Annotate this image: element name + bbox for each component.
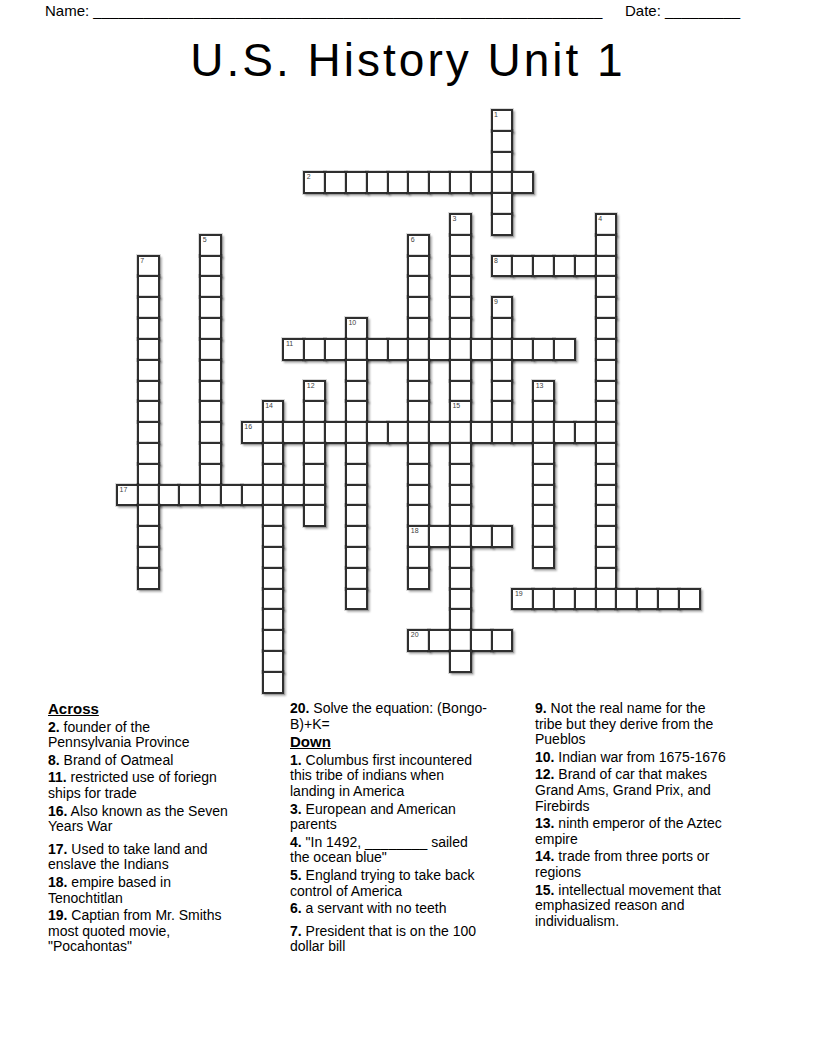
- clue-across-19: 19. Captian from Mr. Smiths most quoted …: [48, 908, 236, 955]
- clue-down-14: 14. trade from three ports or regions: [535, 849, 735, 880]
- clue-number: 8.: [48, 752, 60, 768]
- grid-cell-r9c1[interactable]: [137, 296, 160, 319]
- cell-number-3: 3: [452, 215, 456, 223]
- grid-cell-r10c14[interactable]: [407, 317, 430, 340]
- grid-cell-r18c1[interactable]: [137, 484, 160, 507]
- grid-cell-r23c21[interactable]: [553, 588, 576, 611]
- grid-cell-r11c16[interactable]: [449, 338, 472, 361]
- clues-column-3: 9. Not the real name for the tribe but t…: [535, 701, 735, 931]
- name-blank-line[interactable]: ________________________________________…: [93, 2, 602, 19]
- grid-cell-r21c7[interactable]: [262, 546, 285, 569]
- name-field: Name: __________________________________…: [45, 2, 602, 19]
- grid-cell-r12c1[interactable]: [137, 359, 160, 382]
- grid-cell-r22c1[interactable]: [137, 567, 160, 590]
- grid-cell-r15c23[interactable]: [595, 421, 618, 444]
- grid-cell-r19c20[interactable]: [532, 504, 555, 527]
- grid-cell-r23c26[interactable]: [657, 588, 680, 611]
- grid-cell-r24c7[interactable]: [262, 608, 285, 631]
- grid-cell-r14c20[interactable]: [532, 400, 555, 423]
- grid-cell-r12c11[interactable]: [345, 359, 368, 382]
- grid-cell-r16c14[interactable]: [407, 442, 430, 465]
- grid-cell-r8c1[interactable]: [137, 275, 160, 298]
- grid-cell-r9c23[interactable]: [595, 296, 618, 319]
- grid-cell-r3c16[interactable]: [449, 171, 472, 194]
- grid-cell-r19c14[interactable]: [407, 504, 430, 527]
- clue-across-2: 2. founder of the Pennsylvania Province: [48, 720, 236, 751]
- grid-cell-r16c23[interactable]: [595, 442, 618, 465]
- name-label: Name:: [45, 2, 89, 19]
- grid-cell-r11c20[interactable]: [532, 338, 555, 361]
- grid-cell-r4c18[interactable]: [491, 192, 514, 215]
- clue-across-16: 16. Also known as the Seven Years War: [48, 804, 236, 835]
- grid-cell-r18c4[interactable]: [199, 484, 222, 507]
- grid-cell-r5c16[interactable]: 3: [449, 213, 472, 236]
- grid-cell-r15c15[interactable]: [428, 421, 451, 444]
- grid-cell-r11c17[interactable]: [470, 338, 493, 361]
- grid-cell-r13c20[interactable]: 13: [532, 380, 555, 403]
- grid-cell-r18c2[interactable]: [158, 484, 181, 507]
- grid-cell-r1c18[interactable]: [491, 130, 514, 153]
- grid-cell-r14c14[interactable]: [407, 400, 430, 423]
- grid-cell-r22c16[interactable]: [449, 567, 472, 590]
- grid-cell-r23c19[interactable]: 19: [511, 588, 534, 611]
- clue-down-13: 13. ninth emperor of the Aztec empire: [535, 816, 735, 847]
- grid-cell-r15c19[interactable]: [511, 421, 534, 444]
- grid-cell-r27c7[interactable]: [262, 671, 285, 694]
- grid-cell-r20c16[interactable]: [449, 525, 472, 548]
- grid-cell-r14c18[interactable]: [491, 400, 514, 423]
- clue-number: 2.: [48, 719, 60, 735]
- grid-cell-r21c23[interactable]: [595, 546, 618, 569]
- grid-cell-r7c19[interactable]: [511, 255, 534, 278]
- grid-cell-r20c23[interactable]: [595, 525, 618, 548]
- grid-cell-r16c7[interactable]: [262, 442, 285, 465]
- grid-cell-r5c18[interactable]: [491, 213, 514, 236]
- clue-across-18: 18. empire based in Tenochtitlan: [48, 875, 236, 906]
- grid-cell-r10c1[interactable]: [137, 317, 160, 340]
- grid-cell-r12c18[interactable]: [491, 359, 514, 382]
- grid-cell-r20c7[interactable]: [262, 525, 285, 548]
- clue-down-15: 15. intellectual movement that emphasize…: [535, 883, 735, 930]
- grid-cell-r14c7[interactable]: 14: [262, 400, 285, 423]
- name-date-row: Name: __________________________________…: [0, 2, 816, 22]
- grid-cell-r14c16[interactable]: 15: [449, 400, 472, 423]
- grid-cell-r22c23[interactable]: [595, 567, 618, 590]
- grid-cell-r11c11[interactable]: [345, 338, 368, 361]
- grid-cell-r2c18[interactable]: [491, 151, 514, 174]
- grid-cell-r12c4[interactable]: [199, 359, 222, 382]
- grid-cell-r19c7[interactable]: [262, 504, 285, 527]
- grid-cell-r11c23[interactable]: [595, 338, 618, 361]
- grid-cell-r6c16[interactable]: [449, 234, 472, 257]
- grid-cell-r13c1[interactable]: [137, 380, 160, 403]
- grid-cell-r23c22[interactable]: [574, 588, 597, 611]
- grid-cell-r14c9[interactable]: [303, 400, 326, 423]
- grid-cell-r15c8[interactable]: [282, 421, 305, 444]
- grid-cell-r7c4[interactable]: [199, 255, 222, 278]
- grid-cell-r7c20[interactable]: [532, 255, 555, 278]
- grid-cell-r3c13[interactable]: [387, 171, 410, 194]
- across-header: Across: [48, 701, 236, 717]
- clue-number: 10.: [535, 749, 554, 765]
- grid-cell-r21c14[interactable]: [407, 546, 430, 569]
- grid-cell-r15c21[interactable]: [553, 421, 576, 444]
- grid-cell-r6c4[interactable]: 5: [199, 234, 222, 257]
- grid-cell-r15c13[interactable]: [387, 421, 410, 444]
- clue-down-1: 1. Columbus first incountered this tribe…: [290, 753, 490, 800]
- clues-column-1: Across2. founder of the Pennsylvania Pro…: [48, 701, 236, 957]
- grid-cell-r7c1[interactable]: 7: [137, 255, 160, 278]
- grid-cell-r3c18[interactable]: [491, 171, 514, 194]
- cell-number-17: 17: [120, 486, 128, 494]
- grid-cell-r11c21[interactable]: [553, 338, 576, 361]
- grid-cell-r21c20[interactable]: [532, 546, 555, 569]
- grid-cell-r5c23[interactable]: 4: [595, 213, 618, 236]
- date-field: Date: _________: [625, 2, 740, 19]
- grid-cell-r19c9[interactable]: [303, 504, 326, 527]
- grid-cell-r11c18[interactable]: [491, 338, 514, 361]
- grid-cell-r16c1[interactable]: [137, 442, 160, 465]
- cell-number-11: 11: [286, 340, 293, 348]
- grid-cell-r23c20[interactable]: [532, 588, 555, 611]
- grid-cell-r15c6[interactable]: 16: [241, 421, 264, 444]
- grid-cell-r19c16[interactable]: [449, 504, 472, 527]
- grid-cell-r14c4[interactable]: [199, 400, 222, 423]
- grid-cell-r6c14[interactable]: 6: [407, 234, 430, 257]
- grid-cell-r26c7[interactable]: [262, 650, 285, 673]
- grid-cell-r12c23[interactable]: [595, 359, 618, 382]
- grid-cell-r9c16[interactable]: [449, 296, 472, 319]
- grid-cell-r19c11[interactable]: [345, 504, 368, 527]
- cell-number-5: 5: [203, 236, 207, 244]
- clue-number: 13.: [535, 815, 554, 831]
- grid-cell-r19c1[interactable]: [137, 504, 160, 527]
- grid-cell-r11c12[interactable]: [366, 338, 389, 361]
- grid-cell-r3c19[interactable]: [511, 171, 534, 194]
- grid-cell-r7c22[interactable]: [574, 255, 597, 278]
- crossword-grid: 1234567891011121314151617181920: [117, 110, 700, 693]
- grid-cell-r12c16[interactable]: [449, 359, 472, 382]
- date-label: Date:: [625, 2, 661, 19]
- grid-cell-r12c14[interactable]: [407, 359, 430, 382]
- grid-cell-r11c8[interactable]: 11: [282, 338, 305, 361]
- cell-number-13: 13: [536, 382, 544, 390]
- cell-number-16: 16: [244, 423, 252, 431]
- grid-cell-r20c17[interactable]: [470, 525, 493, 548]
- grid-cell-r15c4[interactable]: [199, 421, 222, 444]
- grid-cell-r24c16[interactable]: [449, 608, 472, 631]
- grid-cell-r17c4[interactable]: [199, 463, 222, 486]
- grid-cell-r23c11[interactable]: [345, 588, 368, 611]
- grid-cell-r25c14[interactable]: 20: [407, 629, 430, 652]
- grid-cell-r18c6[interactable]: [241, 484, 264, 507]
- cell-number-1: 1: [494, 111, 498, 119]
- clue-number: 17.: [48, 841, 67, 857]
- cell-number-19: 19: [515, 590, 523, 598]
- grid-cell-r23c16[interactable]: [449, 588, 472, 611]
- cell-number-10: 10: [348, 319, 356, 327]
- cell-number-8: 8: [494, 257, 498, 265]
- grid-cell-r11c4[interactable]: [199, 338, 222, 361]
- clue-number: 19.: [48, 907, 67, 923]
- grid-cell-r8c14[interactable]: [407, 275, 430, 298]
- cell-number-6: 6: [411, 236, 415, 244]
- cell-number-20: 20: [411, 631, 419, 639]
- grid-cell-r8c16[interactable]: [449, 275, 472, 298]
- clues-column-2: 20. Solve the equation: (Bongo-B)+K=Down…: [290, 701, 490, 957]
- grid-cell-r22c11[interactable]: [345, 567, 368, 590]
- grid-cell-r3c15[interactable]: [428, 171, 451, 194]
- grid-cell-r18c8[interactable]: [282, 484, 305, 507]
- grid-cell-r23c25[interactable]: [636, 588, 659, 611]
- grid-cell-r6c23[interactable]: [595, 234, 618, 257]
- cell-number-14: 14: [265, 402, 273, 410]
- clue-across-20: 20. Solve the equation: (Bongo-B)+K=: [290, 701, 490, 732]
- clue-number: 7.: [290, 923, 302, 939]
- grid-cell-r11c15[interactable]: [428, 338, 451, 361]
- grid-cell-r22c14[interactable]: [407, 567, 430, 590]
- grid-cell-r16c9[interactable]: [303, 442, 326, 465]
- grid-cell-r13c4[interactable]: [199, 380, 222, 403]
- grid-cell-r25c18[interactable]: [491, 629, 514, 652]
- clue-number: 16.: [48, 803, 67, 819]
- grid-cell-r16c16[interactable]: [449, 442, 472, 465]
- clue-down-6: 6. a servant with no teeth: [290, 901, 490, 917]
- clue-number: 11.: [48, 769, 67, 785]
- grid-cell-r3c11[interactable]: [345, 171, 368, 194]
- grid-cell-r10c11[interactable]: 10: [345, 317, 368, 340]
- grid-cell-r7c18[interactable]: 8: [491, 255, 514, 278]
- grid-cell-r8c4[interactable]: [199, 275, 222, 298]
- grid-cell-r10c16[interactable]: [449, 317, 472, 340]
- clue-down-4: 4. "In 1492, ________ sailed the ocean b…: [290, 835, 490, 866]
- grid-cell-r17c20[interactable]: [532, 463, 555, 486]
- date-blank-line[interactable]: _________: [665, 2, 740, 19]
- cell-number-7: 7: [140, 257, 144, 265]
- grid-cell-r17c7[interactable]: [262, 463, 285, 486]
- grid-cell-r21c11[interactable]: [345, 546, 368, 569]
- grid-cell-r15c20[interactable]: [532, 421, 555, 444]
- cell-number-12: 12: [307, 382, 315, 390]
- grid-cell-r18c5[interactable]: [220, 484, 243, 507]
- grid-cell-r10c4[interactable]: [199, 317, 222, 340]
- down-header: Down: [290, 734, 490, 750]
- clue-across-17: 17. Used to take land and enslave the In…: [48, 842, 236, 873]
- cell-number-4: 4: [598, 215, 602, 223]
- grid-cell-r19c23[interactable]: [595, 504, 618, 527]
- clue-number: 6.: [290, 900, 302, 916]
- grid-cell-r7c23[interactable]: [595, 255, 618, 278]
- clue-down-3: 3. European and American parents: [290, 802, 490, 833]
- grid-cell-r3c10[interactable]: [324, 171, 347, 194]
- clue-across-11: 11. restricted use of foriegn ships for …: [48, 770, 236, 801]
- grid-cell-r20c1[interactable]: [137, 525, 160, 548]
- grid-cell-r18c14[interactable]: [407, 484, 430, 507]
- grid-cell-r15c1[interactable]: [137, 421, 160, 444]
- grid-cell-r16c20[interactable]: [532, 442, 555, 465]
- grid-cell-r18c11[interactable]: [345, 484, 368, 507]
- grid-cell-r17c9[interactable]: [303, 463, 326, 486]
- grid-cell-r23c27[interactable]: [678, 588, 701, 611]
- grid-cell-r21c1[interactable]: [137, 546, 160, 569]
- grid-cell-r18c23[interactable]: [595, 484, 618, 507]
- grid-cell-r7c21[interactable]: [553, 255, 576, 278]
- grid-cell-r15c18[interactable]: [491, 421, 514, 444]
- grid-cell-r15c22[interactable]: [574, 421, 597, 444]
- grid-cell-r23c24[interactable]: [615, 588, 638, 611]
- grid-cell-r15c14[interactable]: [407, 421, 430, 444]
- grid-cell-r23c7[interactable]: [262, 588, 285, 611]
- clue-number: 5.: [290, 867, 302, 883]
- grid-cell-r17c23[interactable]: [595, 463, 618, 486]
- grid-cell-r15c17[interactable]: [470, 421, 493, 444]
- clue-down-9: 9. Not the real name for the tribe but t…: [535, 701, 735, 748]
- clue-down-12: 12. Brand of car that makes Grand Ams, G…: [535, 767, 735, 814]
- clue-down-10: 10. Indian war from 1675-1676: [535, 750, 735, 766]
- grid-cell-r14c1[interactable]: [137, 400, 160, 423]
- grid-cell-r20c14[interactable]: 18: [407, 525, 430, 548]
- grid-cell-r20c15[interactable]: [428, 525, 451, 548]
- clue-number: 20.: [290, 700, 309, 716]
- grid-cell-r10c18[interactable]: [491, 317, 514, 340]
- grid-cell-r17c11[interactable]: [345, 463, 368, 486]
- grid-cell-r25c15[interactable]: [428, 629, 451, 652]
- grid-cell-r20c20[interactable]: [532, 525, 555, 548]
- grid-cell-r3c17[interactable]: [470, 171, 493, 194]
- grid-cell-r9c18[interactable]: 9: [491, 296, 514, 319]
- clue-number: 4.: [290, 834, 302, 850]
- clue-down-5: 5. England trying to take back control o…: [290, 868, 490, 899]
- grid-cell-r11c19[interactable]: [511, 338, 534, 361]
- grid-cell-r13c18[interactable]: [491, 380, 514, 403]
- grid-cell-r25c7[interactable]: [262, 629, 285, 652]
- grid-cell-r13c16[interactable]: [449, 380, 472, 403]
- clue-across-8: 8. Brand of Oatmeal: [48, 753, 236, 769]
- grid-cell-r17c14[interactable]: [407, 463, 430, 486]
- page-title: U.S. History Unit 1: [0, 36, 816, 84]
- grid-cell-r15c16[interactable]: [449, 421, 472, 444]
- grid-cell-r15c7[interactable]: [262, 421, 285, 444]
- grid-cell-r13c9[interactable]: 12: [303, 380, 326, 403]
- grid-cell-r11c13[interactable]: [387, 338, 410, 361]
- grid-cell-r13c11[interactable]: [345, 380, 368, 403]
- grid-cell-r20c11[interactable]: [345, 525, 368, 548]
- grid-cell-r17c16[interactable]: [449, 463, 472, 486]
- grid-cell-r3c14[interactable]: [407, 171, 430, 194]
- clue-number: 1.: [290, 752, 302, 768]
- grid-cell-r15c12[interactable]: [366, 421, 389, 444]
- grid-cell-r18c9[interactable]: [303, 484, 326, 507]
- clue-number: 15.: [535, 882, 554, 898]
- grid-cell-r3c12[interactable]: [366, 171, 389, 194]
- grid-cell-r9c14[interactable]: [407, 296, 430, 319]
- grid-cell-r22c7[interactable]: [262, 567, 285, 590]
- cell-number-15: 15: [452, 402, 460, 410]
- clue-number: 9.: [535, 700, 547, 716]
- grid-cell-r18c3[interactable]: [178, 484, 201, 507]
- grid-cell-r18c16[interactable]: [449, 484, 472, 507]
- grid-cell-r15c10[interactable]: [324, 421, 347, 444]
- clue-number: 14.: [535, 848, 554, 864]
- grid-cell-r21c16[interactable]: [449, 546, 472, 569]
- grid-cell-r26c16[interactable]: [449, 650, 472, 673]
- grid-cell-r18c0[interactable]: 17: [116, 484, 139, 507]
- grid-cell-r17c1[interactable]: [137, 463, 160, 486]
- grid-cell-r25c17[interactable]: [470, 629, 493, 652]
- cell-number-2: 2: [307, 173, 311, 181]
- grid-cell-r11c9[interactable]: [303, 338, 326, 361]
- grid-cell-r15c9[interactable]: [303, 421, 326, 444]
- grid-cell-r11c10[interactable]: [324, 338, 347, 361]
- grid-cell-r11c14[interactable]: [407, 338, 430, 361]
- grid-cell-r9c4[interactable]: [199, 296, 222, 319]
- grid-cell-r13c14[interactable]: [407, 380, 430, 403]
- grid-cell-r7c16[interactable]: [449, 255, 472, 278]
- grid-cell-r18c20[interactable]: [532, 484, 555, 507]
- clue-down-7: 7. President that is on the 100 dollar b…: [290, 924, 490, 955]
- grid-cell-r7c14[interactable]: [407, 255, 430, 278]
- grid-cell-r23c23[interactable]: [595, 588, 618, 611]
- grid-cell-r10c23[interactable]: [595, 317, 618, 340]
- clue-number: 12.: [535, 766, 554, 782]
- grid-cell-r15c11[interactable]: [345, 421, 368, 444]
- grid-cell-r14c23[interactable]: [595, 400, 618, 423]
- clue-number: 18.: [48, 874, 67, 890]
- cell-number-18: 18: [411, 527, 419, 535]
- grid-cell-r3c9[interactable]: 2: [303, 171, 326, 194]
- cell-number-9: 9: [494, 298, 498, 306]
- grid-cell-r14c11[interactable]: [345, 400, 368, 423]
- grid-cell-r20c18[interactable]: [491, 525, 514, 548]
- grid-cell-r8c23[interactable]: [595, 275, 618, 298]
- grid-cell-r16c11[interactable]: [345, 442, 368, 465]
- grid-cell-r0c18[interactable]: 1: [491, 109, 514, 132]
- clue-number: 3.: [290, 801, 302, 817]
- grid-cell-r11c1[interactable]: [137, 338, 160, 361]
- grid-cell-r13c23[interactable]: [595, 380, 618, 403]
- grid-cell-r25c16[interactable]: [449, 629, 472, 652]
- grid-cell-r18c7[interactable]: [262, 484, 285, 507]
- grid-cell-r16c4[interactable]: [199, 442, 222, 465]
